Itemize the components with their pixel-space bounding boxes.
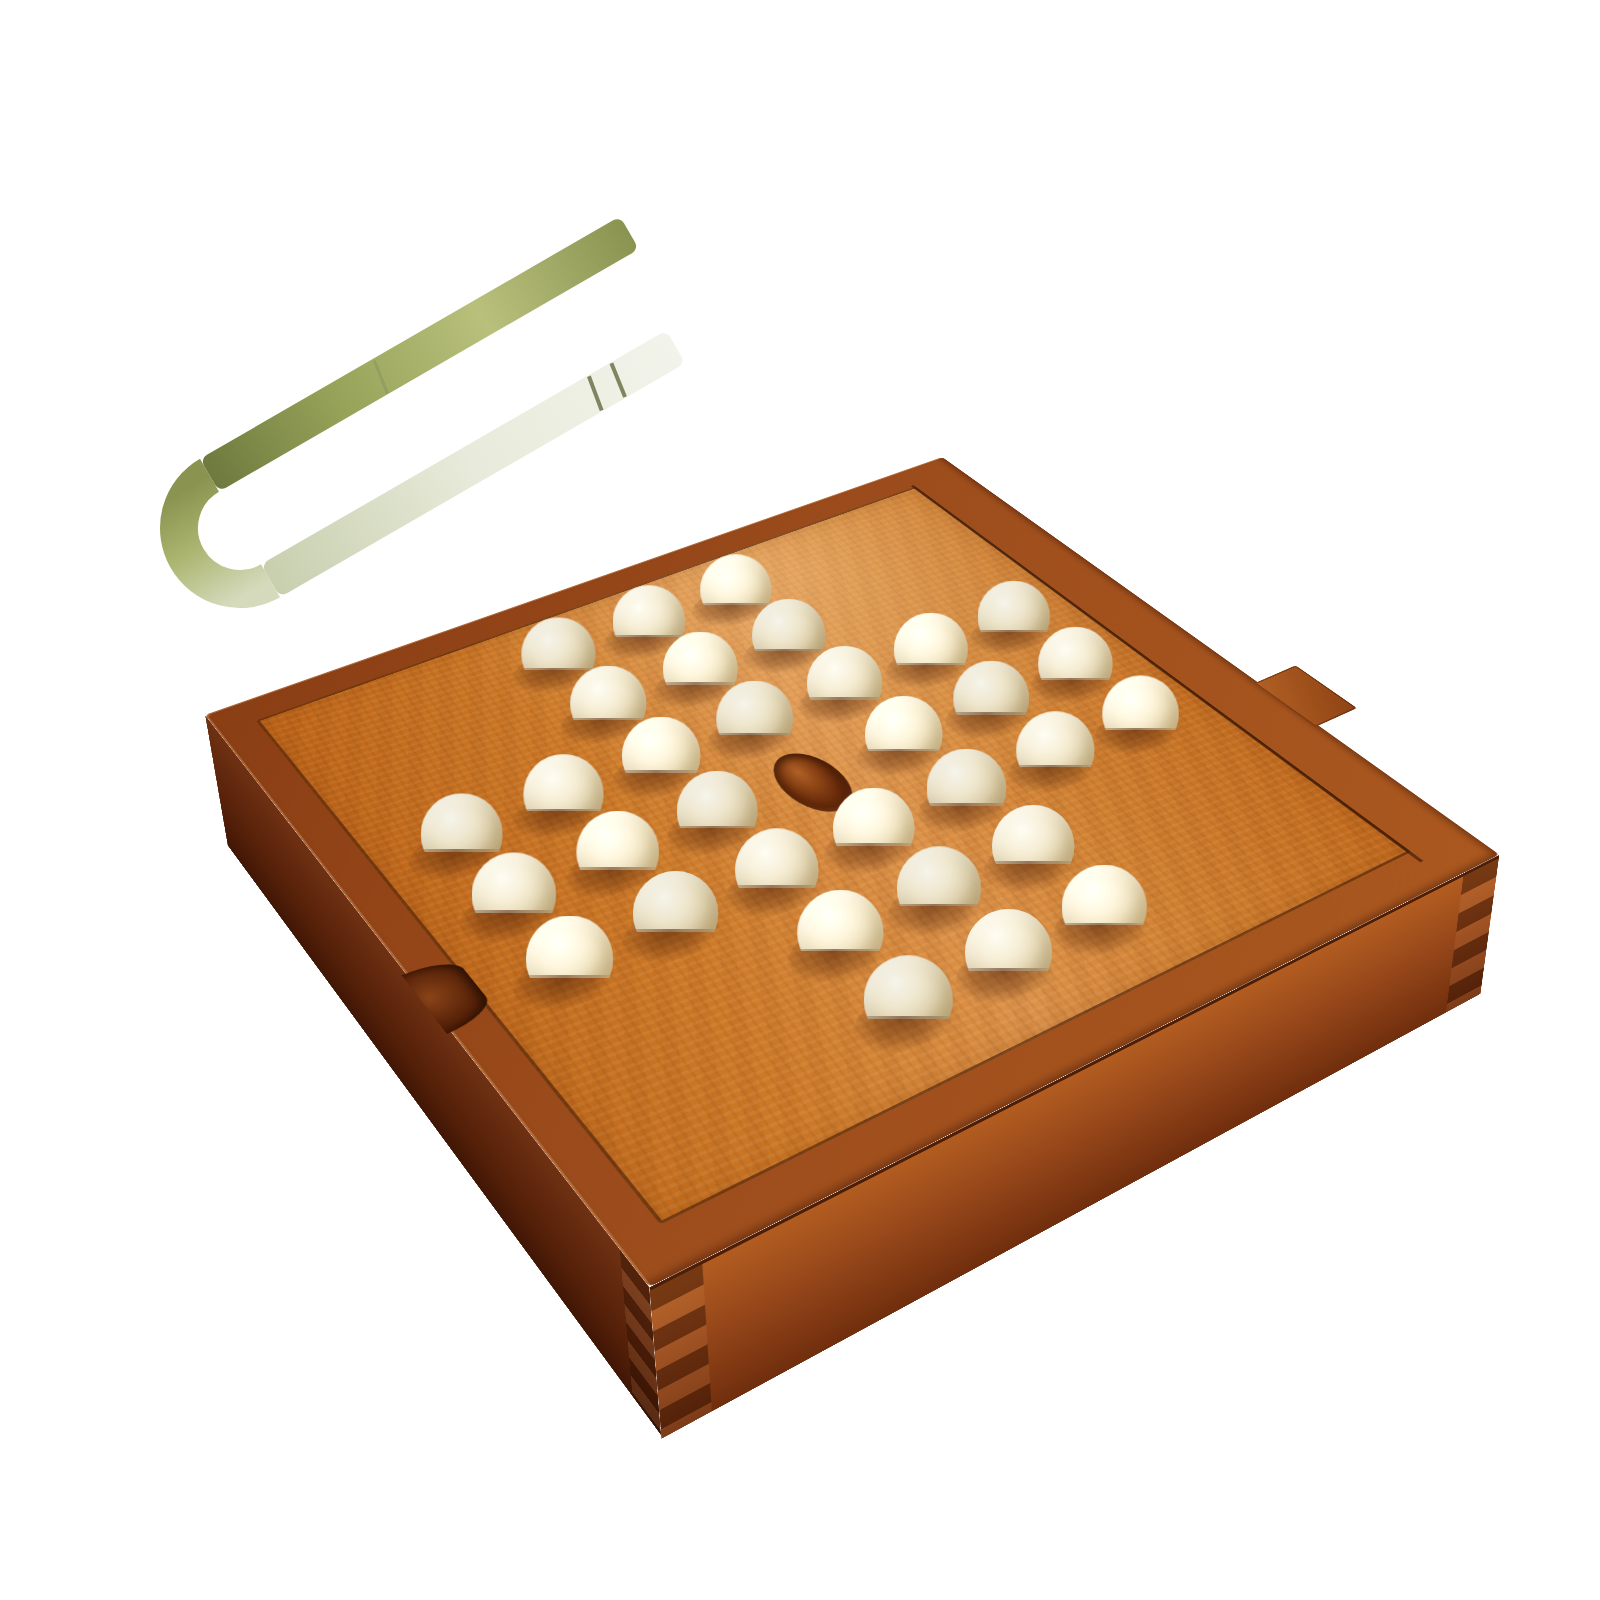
marble[interactable] (864, 955, 953, 1044)
solitaire-board (205, 457, 1499, 1287)
lid-rail-tab (1254, 665, 1357, 727)
board-scene (0, 0, 1600, 1600)
product-photo (0, 0, 1600, 1600)
